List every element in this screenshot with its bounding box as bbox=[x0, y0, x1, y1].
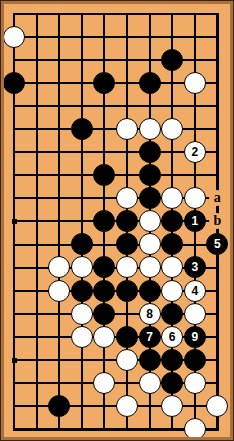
stone-white bbox=[48, 280, 70, 302]
stone-black bbox=[48, 395, 70, 417]
stone-white bbox=[139, 118, 161, 140]
stone-black bbox=[139, 187, 161, 209]
stone-black bbox=[93, 303, 115, 325]
move-number: 6 bbox=[169, 331, 176, 343]
label-b: b bbox=[209, 213, 225, 229]
stone-black bbox=[71, 233, 93, 255]
stone-black bbox=[116, 233, 138, 255]
stone-white bbox=[116, 256, 138, 278]
stone-black bbox=[139, 164, 161, 186]
board-frame: 215348769ab bbox=[0, 0, 234, 441]
stone-black bbox=[71, 280, 93, 302]
stone-white bbox=[93, 326, 115, 348]
stone-white bbox=[206, 395, 228, 417]
move-number: 1 bbox=[191, 215, 198, 227]
stone-white bbox=[184, 372, 206, 394]
stone-black bbox=[71, 118, 93, 140]
stone-white bbox=[4, 26, 25, 48]
stone-white bbox=[161, 256, 183, 278]
stone-white bbox=[139, 372, 161, 394]
stone-black bbox=[161, 349, 183, 371]
stone-black bbox=[93, 210, 115, 232]
stone-black bbox=[161, 49, 183, 71]
move-4-stone-white: 4 bbox=[184, 280, 206, 302]
stone-white bbox=[116, 118, 138, 140]
stone-white bbox=[93, 372, 115, 394]
label-a: a bbox=[209, 190, 225, 206]
go-board: 215348769ab bbox=[4, 4, 230, 437]
stone-white bbox=[71, 303, 93, 325]
move-1-stone-black: 1 bbox=[184, 210, 206, 232]
move-6-stone-white: 6 bbox=[161, 326, 183, 348]
stone-white bbox=[48, 256, 70, 278]
stone-white bbox=[139, 210, 161, 232]
stone-black bbox=[93, 256, 115, 278]
move-2-stone-white: 2 bbox=[184, 141, 206, 163]
stone-white bbox=[116, 187, 138, 209]
move-3-stone-black: 3 bbox=[184, 256, 206, 278]
stone-black bbox=[161, 372, 183, 394]
stone-white bbox=[184, 187, 206, 209]
stone-white bbox=[71, 256, 93, 278]
move-number: 8 bbox=[146, 308, 153, 320]
move-number: 3 bbox=[191, 261, 198, 273]
stone-black bbox=[161, 303, 183, 325]
stone-black bbox=[4, 72, 25, 94]
move-7-stone-black: 7 bbox=[139, 326, 161, 348]
stone-white bbox=[184, 72, 206, 94]
stone-black bbox=[139, 72, 161, 94]
move-number: 5 bbox=[214, 238, 221, 250]
stone-black bbox=[161, 233, 183, 255]
stone-white bbox=[161, 280, 183, 302]
stone-black bbox=[93, 280, 115, 302]
stone-black bbox=[93, 164, 115, 186]
stone-black bbox=[116, 326, 138, 348]
stone-white bbox=[184, 418, 206, 437]
move-5-stone-black: 5 bbox=[206, 233, 228, 255]
move-8-stone-white: 8 bbox=[139, 303, 161, 325]
stone-white bbox=[139, 233, 161, 255]
stone-white bbox=[161, 187, 183, 209]
stone-black bbox=[116, 280, 138, 302]
stone-black bbox=[139, 280, 161, 302]
move-number: 4 bbox=[191, 285, 198, 297]
stone-black bbox=[116, 210, 138, 232]
stone-black bbox=[161, 210, 183, 232]
stone-white bbox=[116, 395, 138, 417]
stone-white bbox=[139, 256, 161, 278]
stone-black bbox=[139, 349, 161, 371]
move-number: 2 bbox=[191, 146, 198, 158]
stone-white bbox=[184, 303, 206, 325]
stone-grid: 215348769ab bbox=[4, 4, 229, 437]
move-number: 7 bbox=[146, 331, 153, 343]
stone-white bbox=[71, 326, 93, 348]
stone-white bbox=[161, 118, 183, 140]
stone-white bbox=[161, 395, 183, 417]
move-9-stone-black: 9 bbox=[184, 326, 206, 348]
stone-black bbox=[139, 141, 161, 163]
move-number: 9 bbox=[191, 331, 198, 343]
stone-black bbox=[93, 72, 115, 94]
stone-white bbox=[116, 349, 138, 371]
stone-black bbox=[184, 349, 206, 371]
